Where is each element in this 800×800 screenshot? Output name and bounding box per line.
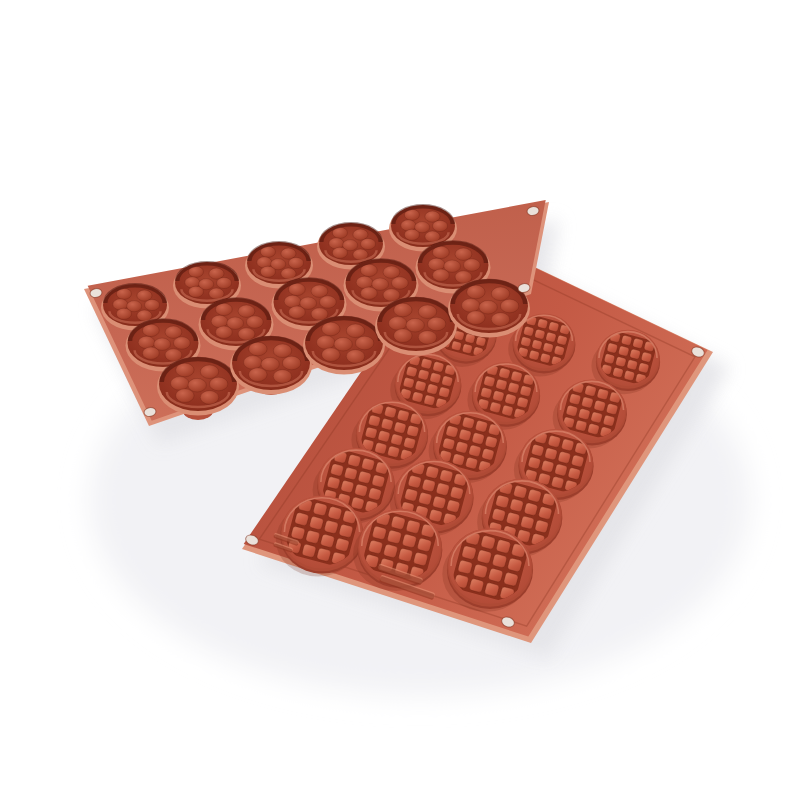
- cavity-waffle-nub: [244, 356, 262, 370]
- cavity-waffle-nub: [173, 337, 190, 349]
- cavity-waffle-nub: [332, 247, 347, 258]
- cavity-waffle-nub: [188, 286, 203, 297]
- cavity-waffle-nub: [463, 259, 480, 271]
- cavity-waffle-nub: [165, 349, 182, 361]
- cavity-waffle-nub: [462, 299, 480, 313]
- cavity-waffle-nub: [406, 318, 424, 332]
- cavity-waffle-nub: [346, 324, 364, 338]
- cavity-waffle-nub: [433, 220, 448, 231]
- cavity-waffle-nub: [273, 370, 291, 384]
- cavity-waffle-nub: [282, 356, 300, 370]
- cavity-waffle-nub: [289, 257, 304, 268]
- cavity-waffle-nub: [209, 377, 227, 391]
- cavity-waffle-nub: [383, 289, 400, 301]
- cavity-waffle-nub: [418, 331, 436, 345]
- cavity-waffle-nub: [216, 326, 233, 338]
- waffle-cavity: [303, 316, 385, 375]
- product-photo: [0, 0, 800, 800]
- cavity-waffle-nub: [238, 305, 255, 317]
- waffle-cavity: [375, 297, 457, 356]
- cavity-waffle-nub: [217, 277, 232, 288]
- waffle-stud: [462, 344, 473, 354]
- cavity-waffle-nub: [394, 303, 412, 317]
- cavity-waffle-nub: [289, 306, 306, 318]
- cavity-waffle-nub: [176, 389, 194, 403]
- cavity-waffle-nub: [261, 357, 279, 371]
- cavity-waffle-nub: [455, 248, 472, 260]
- waffle-cavity: [157, 357, 239, 416]
- cavity-waffle-nub: [404, 229, 419, 240]
- cavity-waffle-nub: [319, 296, 336, 308]
- cavity-waffle-nub: [467, 285, 485, 299]
- waffle-mould-scene: [0, 0, 800, 800]
- cavity-waffle-nub: [428, 258, 445, 270]
- cavity-waffle-nub: [200, 365, 218, 379]
- cavity-waffle-nub: [500, 299, 518, 313]
- cavity-waffle-nub: [249, 368, 267, 382]
- waffle-stud: [451, 341, 462, 351]
- cavity-waffle-nub: [165, 326, 182, 338]
- cavity-waffle-nub: [322, 322, 340, 336]
- cavity-waffle-nub: [284, 295, 301, 307]
- cavity-waffle-nub: [260, 266, 275, 277]
- cavity-waffle-nub: [238, 328, 255, 340]
- cavity-waffle-nub: [311, 308, 328, 320]
- cavity-waffle-nub: [491, 313, 509, 327]
- cavity-waffle-nub: [143, 347, 160, 359]
- cavity-waffle-nub: [355, 336, 373, 350]
- cavity-waffle-nub: [389, 317, 407, 331]
- cavity-waffle-nub: [171, 377, 189, 391]
- cavity-waffle-nub: [467, 311, 485, 325]
- cavity-waffle-nub: [418, 305, 436, 319]
- cavity-waffle-nub: [356, 276, 373, 288]
- cavity-waffle-nub: [433, 269, 450, 281]
- cavity-waffle-nub: [273, 344, 291, 358]
- cavity-waffle-nub: [311, 285, 328, 297]
- waffle-cavity: [230, 336, 312, 395]
- cavity-waffle-nub: [188, 378, 206, 392]
- cavity-waffle-nub: [361, 238, 376, 249]
- cavity-waffle-nub: [116, 308, 131, 319]
- cavity-waffle-nub: [346, 350, 364, 364]
- cavity-waffle-nub: [211, 315, 228, 327]
- cavity-waffle-nub: [391, 277, 408, 289]
- cavity-waffle-nub: [317, 336, 335, 350]
- cavity-waffle-nub: [394, 329, 412, 343]
- cavity-waffle-nub: [322, 348, 340, 362]
- cavity-waffle-nub: [479, 300, 497, 314]
- cavity-waffle-nub: [200, 391, 218, 405]
- cavity-waffle-nub: [427, 317, 445, 331]
- cavity-waffle-nub: [383, 266, 400, 278]
- cavity-waffle-nub: [334, 337, 352, 351]
- cavity-waffle-nub: [145, 299, 160, 310]
- cavity-waffle-nub: [249, 342, 267, 356]
- cavity-waffle-nub: [361, 287, 378, 299]
- cavity-waffle-nub: [138, 336, 155, 348]
- cavity-waffle-nub: [246, 316, 263, 328]
- cavity-waffle-nub: [491, 287, 509, 301]
- cavity-waffle-nub: [176, 363, 194, 377]
- waffle-stud: [475, 336, 486, 346]
- cavity-waffle-nub: [455, 271, 472, 283]
